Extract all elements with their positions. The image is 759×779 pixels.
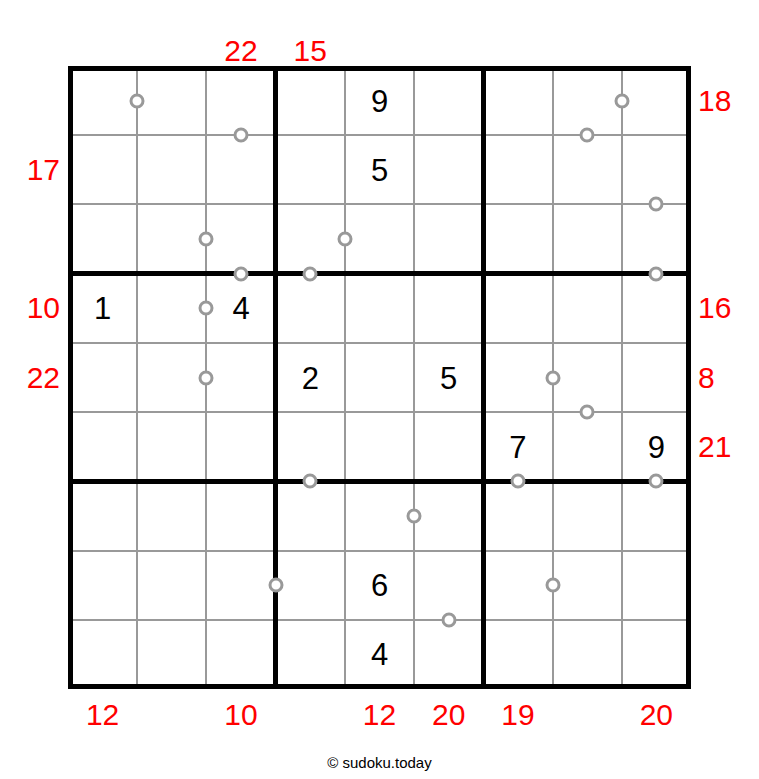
cell-r3c1[interactable] [68,204,137,273]
frame-clue-bottom: 20 [640,700,673,730]
consecutive-dot [510,474,525,489]
cell-r3c7[interactable] [483,204,552,273]
cell-r8c9[interactable] [622,551,691,620]
cell-r2c1[interactable] [68,135,137,204]
cell-r2c6[interactable] [414,135,483,204]
cell-r9c4[interactable] [276,620,345,689]
cell-r7c6[interactable] [414,481,483,550]
cell-r4c6[interactable] [414,274,483,343]
frame-clue-bottom: 10 [224,700,257,730]
consecutive-dot [545,370,560,385]
given-digit: 7 [509,431,526,462]
consecutive-dot [130,93,145,108]
cell-r1c9[interactable] [622,66,691,135]
consecutive-dot [614,93,629,108]
cell-r5c2[interactable] [137,343,206,412]
cell-r6c4[interactable] [276,412,345,481]
frame-clue-right: 8 [698,363,715,393]
consecutive-dot [199,370,214,385]
cell-r8c2[interactable] [137,551,206,620]
cell-r7c9[interactable] [622,481,691,550]
consecutive-dot [580,405,595,420]
cell-r6c2[interactable] [137,412,206,481]
consecutive-dot [649,266,664,281]
cell-r6c8[interactable] [553,412,622,481]
cell-r7c5[interactable] [345,481,414,550]
cell-r9c3[interactable] [206,620,275,689]
consecutive-dot [303,474,318,489]
frame-clue-right: 21 [698,432,731,462]
cell-r9c6[interactable] [414,620,483,689]
consecutive-dot [234,266,249,281]
frame-clue-top: 15 [294,36,327,66]
cell-r4c9[interactable] [622,274,691,343]
frame-clue-left: 22 [0,363,60,393]
cell-r5c8[interactable] [553,343,622,412]
cell-r1c4[interactable] [276,66,345,135]
given-digit: 9 [648,431,665,462]
consecutive-dot [337,232,352,247]
cell-r8c1[interactable] [68,551,137,620]
consecutive-dot [441,612,456,627]
cell-r5c9[interactable] [622,343,691,412]
consecutive-dot [649,474,664,489]
cell-r9c9[interactable] [622,620,691,689]
consecutive-dot [199,301,214,316]
cell-r2c7[interactable] [483,135,552,204]
puzzle-page: 9514257964 22151210122019201710221816821… [0,0,759,779]
cell-r4c4[interactable] [276,274,345,343]
frame-clue-top: 22 [224,36,257,66]
cell-r7c2[interactable] [137,481,206,550]
consecutive-dot [580,128,595,143]
cell-r3c4[interactable] [276,204,345,273]
cell-r6c6[interactable] [414,412,483,481]
cell-r2c4[interactable] [276,135,345,204]
frame-clue-left: 10 [0,293,60,323]
cell-r5c7[interactable] [483,343,552,412]
consecutive-dot [545,578,560,593]
cell-r7c4[interactable] [276,481,345,550]
cell-r3c2[interactable] [137,204,206,273]
given-digit: 5 [440,362,457,393]
cell-r2c8[interactable] [553,135,622,204]
cell-r6c5[interactable] [345,412,414,481]
cell-r3c5[interactable] [345,204,414,273]
consecutive-dot [268,578,283,593]
cell-r7c8[interactable] [553,481,622,550]
given-digit: 2 [302,362,319,393]
cell-r7c1[interactable] [68,481,137,550]
sudoku-board: 9514257964 [68,66,691,689]
consecutive-dot [199,232,214,247]
cell-r1c8[interactable] [553,66,622,135]
cell-r4c5[interactable] [345,274,414,343]
cell-r1c3[interactable] [206,66,275,135]
cell-r8c3[interactable] [206,551,275,620]
cell-r2c9[interactable] [622,135,691,204]
cell-r5c3[interactable] [206,343,275,412]
frame-clue-right: 18 [698,86,731,116]
cell-r7c3[interactable] [206,481,275,550]
cell-r4c8[interactable] [553,274,622,343]
cell-r1c2[interactable] [137,66,206,135]
frame-clue-left: 17 [0,155,60,185]
consecutive-dot [234,128,249,143]
cell-r3c3[interactable] [206,204,275,273]
cell-r2c2[interactable] [137,135,206,204]
cell-r9c7[interactable] [483,620,552,689]
consecutive-dot [303,266,318,281]
cell-r4c2[interactable] [137,274,206,343]
frame-clue-bottom: 19 [501,700,534,730]
cell-r8c7[interactable] [483,551,552,620]
frame-clue-bottom: 20 [432,700,465,730]
cell-r6c1[interactable] [68,412,137,481]
consecutive-dot [407,508,422,523]
cell-r3c6[interactable] [414,204,483,273]
given-digit: 6 [371,570,388,601]
cell-r9c8[interactable] [553,620,622,689]
cell-r9c1[interactable] [68,620,137,689]
cell-r8c8[interactable] [553,551,622,620]
frame-clue-bottom: 12 [86,700,119,730]
cell-r1c7[interactable] [483,66,552,135]
given-digit: 4 [371,639,388,670]
cell-r1c1[interactable] [68,66,137,135]
copyright-text: © sudoku.today [0,754,759,771]
cell-r8c4[interactable] [276,551,345,620]
cell-r9c2[interactable] [137,620,206,689]
cell-r4c7[interactable] [483,274,552,343]
cell-r2c3[interactable] [206,135,275,204]
frame-clue-bottom: 12 [363,700,396,730]
frame-clue-right: 16 [698,293,731,323]
cell-r6c3[interactable] [206,412,275,481]
given-digit: 9 [371,85,388,116]
cell-r5c5[interactable] [345,343,414,412]
consecutive-dot [649,197,664,212]
given-digit: 5 [371,154,388,185]
cell-r5c1[interactable] [68,343,137,412]
cell-r3c8[interactable] [553,204,622,273]
cell-r7c7[interactable] [483,481,552,550]
given-digit: 1 [94,293,111,324]
cell-r8c6[interactable] [414,551,483,620]
given-digit: 4 [232,293,249,324]
cell-r3c9[interactable] [622,204,691,273]
cell-r1c6[interactable] [414,66,483,135]
